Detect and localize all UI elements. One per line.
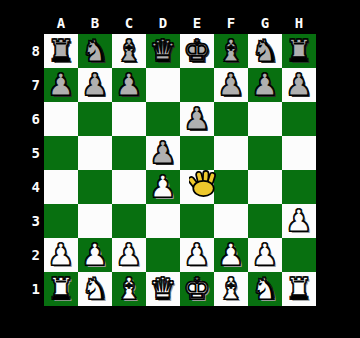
- square-e6[interactable]: ♟: [180, 102, 214, 136]
- square-a1[interactable]: ♜: [44, 272, 78, 306]
- white-pawn: ♟: [252, 238, 279, 272]
- square-c3[interactable]: [112, 204, 146, 238]
- black-queen: ♛: [150, 34, 177, 68]
- square-b6[interactable]: [78, 102, 112, 136]
- square-a7[interactable]: ♟: [44, 68, 78, 102]
- square-g4[interactable]: [248, 170, 282, 204]
- square-f7[interactable]: ♟: [214, 68, 248, 102]
- black-pawn: ♟: [252, 68, 279, 102]
- black-bishop: ♝: [218, 34, 245, 68]
- white-pawn: ♟: [116, 238, 143, 272]
- file-label-f: F: [214, 15, 248, 31]
- square-d4[interactable]: ♟: [146, 170, 180, 204]
- white-king: ♚: [184, 272, 211, 306]
- black-pawn: ♟: [218, 68, 245, 102]
- white-pawn: ♟: [48, 238, 75, 272]
- square-e3[interactable]: [180, 204, 214, 238]
- white-pawn: ♟: [150, 170, 177, 204]
- rank-label-3: 3: [22, 204, 40, 238]
- square-d5[interactable]: ♟: [146, 136, 180, 170]
- rank-label-8: 8: [22, 34, 40, 68]
- square-a8[interactable]: ♜: [44, 34, 78, 68]
- black-pawn: ♟: [82, 68, 109, 102]
- white-queen: ♛: [150, 272, 177, 306]
- square-d7[interactable]: [146, 68, 180, 102]
- square-e8[interactable]: ♚: [180, 34, 214, 68]
- square-e4[interactable]: [180, 170, 214, 204]
- square-c5[interactable]: [112, 136, 146, 170]
- square-f2[interactable]: ♟: [214, 238, 248, 272]
- rank-label-5: 5: [22, 136, 40, 170]
- square-h1[interactable]: ♜: [282, 272, 316, 306]
- square-f4[interactable]: [214, 170, 248, 204]
- square-d1[interactable]: ♛: [146, 272, 180, 306]
- white-bishop: ♝: [218, 272, 245, 306]
- black-pawn: ♟: [116, 68, 143, 102]
- black-rook: ♜: [286, 34, 313, 68]
- square-c1[interactable]: ♝: [112, 272, 146, 306]
- file-label-b: B: [78, 15, 112, 31]
- rank-label-4: 4: [22, 170, 40, 204]
- square-e2[interactable]: ♟: [180, 238, 214, 272]
- square-a4[interactable]: [44, 170, 78, 204]
- black-pawn: ♟: [150, 136, 177, 170]
- square-f8[interactable]: ♝: [214, 34, 248, 68]
- square-f1[interactable]: ♝: [214, 272, 248, 306]
- square-h3[interactable]: ♟: [282, 204, 316, 238]
- square-h7[interactable]: ♟: [282, 68, 316, 102]
- square-b7[interactable]: ♟: [78, 68, 112, 102]
- chess-board: ♜♞♝♛♚♝♞♜♟♟♟♟♟♟♟♟♟♟♟♟♟♟♟♟♜♞♝♛♚♝♞♜: [44, 34, 316, 306]
- square-h8[interactable]: ♜: [282, 34, 316, 68]
- file-label-e: E: [180, 15, 214, 31]
- square-d8[interactable]: ♛: [146, 34, 180, 68]
- square-a3[interactable]: [44, 204, 78, 238]
- square-e7[interactable]: [180, 68, 214, 102]
- black-pawn: ♟: [286, 68, 313, 102]
- white-pawn: ♟: [82, 238, 109, 272]
- black-knight: ♞: [252, 34, 279, 68]
- square-e1[interactable]: ♚: [180, 272, 214, 306]
- rank-label-6: 6: [22, 102, 40, 136]
- square-h2[interactable]: [282, 238, 316, 272]
- square-c4[interactable]: [112, 170, 146, 204]
- square-g8[interactable]: ♞: [248, 34, 282, 68]
- black-king: ♚: [184, 34, 211, 68]
- square-b8[interactable]: ♞: [78, 34, 112, 68]
- black-bishop: ♝: [116, 34, 143, 68]
- black-rook: ♜: [48, 34, 75, 68]
- square-g3[interactable]: [248, 204, 282, 238]
- square-b3[interactable]: [78, 204, 112, 238]
- square-h4[interactable]: [282, 170, 316, 204]
- black-knight: ♞: [82, 34, 109, 68]
- square-c8[interactable]: ♝: [112, 34, 146, 68]
- square-f5[interactable]: [214, 136, 248, 170]
- chess-game-screen: ABCDEFGH 87654321 ♜♞♝♛♚♝♞♜♟♟♟♟♟♟♟♟♟♟♟♟♟♟…: [0, 0, 360, 338]
- square-g7[interactable]: ♟: [248, 68, 282, 102]
- square-f6[interactable]: [214, 102, 248, 136]
- file-label-d: D: [146, 15, 180, 31]
- white-rook: ♜: [48, 272, 75, 306]
- square-g1[interactable]: ♞: [248, 272, 282, 306]
- square-g5[interactable]: [248, 136, 282, 170]
- square-a2[interactable]: ♟: [44, 238, 78, 272]
- square-d6[interactable]: [146, 102, 180, 136]
- square-g6[interactable]: [248, 102, 282, 136]
- square-a6[interactable]: [44, 102, 78, 136]
- square-f3[interactable]: [214, 204, 248, 238]
- square-d3[interactable]: [146, 204, 180, 238]
- black-pawn: ♟: [184, 102, 211, 136]
- white-rook: ♜: [286, 272, 313, 306]
- file-label-a: A: [44, 15, 78, 31]
- square-b5[interactable]: [78, 136, 112, 170]
- rank-label-1: 1: [22, 272, 40, 306]
- white-knight: ♞: [252, 272, 279, 306]
- black-pawn: ♟: [48, 68, 75, 102]
- square-g2[interactable]: ♟: [248, 238, 282, 272]
- rank-label-7: 7: [22, 68, 40, 102]
- square-b4[interactable]: [78, 170, 112, 204]
- square-h6[interactable]: [282, 102, 316, 136]
- square-c7[interactable]: ♟: [112, 68, 146, 102]
- square-b2[interactable]: ♟: [78, 238, 112, 272]
- square-d2[interactable]: [146, 238, 180, 272]
- file-label-h: H: [282, 15, 316, 31]
- square-a5[interactable]: [44, 136, 78, 170]
- white-bishop: ♝: [116, 272, 143, 306]
- white-knight: ♞: [82, 272, 109, 306]
- square-c2[interactable]: ♟: [112, 238, 146, 272]
- white-pawn: ♟: [184, 238, 211, 272]
- file-label-c: C: [112, 15, 146, 31]
- square-b1[interactable]: ♞: [78, 272, 112, 306]
- white-pawn: ♟: [218, 238, 245, 272]
- white-pawn: ♟: [286, 204, 313, 238]
- square-c6[interactable]: [112, 102, 146, 136]
- square-h5[interactable]: [282, 136, 316, 170]
- file-label-g: G: [248, 15, 282, 31]
- rank-label-2: 2: [22, 238, 40, 272]
- square-e5[interactable]: [180, 136, 214, 170]
